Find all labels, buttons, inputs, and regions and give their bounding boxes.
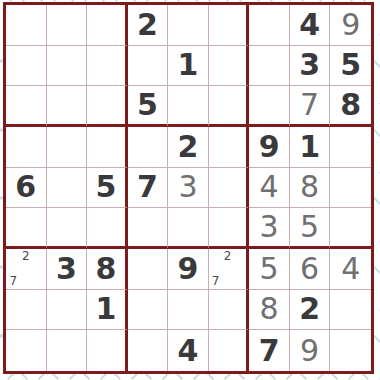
entered-digit: 8 [260, 294, 279, 324]
cell-r5c3[interactable]: 5 [87, 168, 128, 209]
given-digit: 1 [299, 132, 320, 162]
cell-r1c2[interactable] [47, 5, 88, 46]
cell-r2c9[interactable]: 5 [330, 46, 371, 87]
cell-r9c9[interactable] [330, 330, 371, 371]
cell-r2c6[interactable] [209, 46, 250, 87]
given-digit: 1 [178, 50, 199, 80]
entered-digit: 4 [341, 254, 360, 284]
cell-r7c7[interactable]: 5 [249, 249, 290, 290]
given-digit: 7 [137, 172, 158, 202]
cell-r8c9[interactable] [330, 290, 371, 331]
entered-digit: 5 [300, 212, 319, 242]
entered-digit: 8 [300, 172, 319, 202]
cell-r8c5[interactable] [168, 290, 209, 331]
cell-r1c9[interactable]: 9 [330, 5, 371, 46]
given-digit: 1 [95, 294, 116, 324]
cell-r6c7[interactable]: 3 [249, 208, 290, 249]
cell-r1c1[interactable] [6, 5, 47, 46]
given-digit: 3 [56, 254, 77, 284]
cell-r7c3[interactable]: 8 [87, 249, 128, 290]
cell-r7c2[interactable]: 3 [47, 249, 88, 290]
cell-r3c9[interactable]: 8 [330, 86, 371, 127]
cell-r2c1[interactable] [6, 46, 47, 87]
cell-r3c4[interactable]: 5 [128, 86, 169, 127]
given-digit: 5 [340, 50, 361, 80]
cell-r8c7[interactable]: 8 [249, 290, 290, 331]
cell-r7c4[interactable] [128, 249, 169, 290]
cell-r5c6[interactable] [209, 168, 250, 209]
given-digit: 3 [299, 50, 320, 80]
cell-r3c1[interactable] [6, 86, 47, 127]
cell-r7c8[interactable]: 6 [290, 249, 331, 290]
cell-r1c7[interactable] [249, 5, 290, 46]
cell-r5c7[interactable]: 4 [249, 168, 290, 209]
sudoku-screen: 249135578291657348352738927564182479 [0, 0, 380, 380]
cell-r8c6[interactable] [209, 290, 250, 331]
cell-r3c3[interactable] [87, 86, 128, 127]
cell-r7c9[interactable]: 4 [330, 249, 371, 290]
given-digit: 2 [137, 10, 158, 40]
cell-r5c5[interactable]: 3 [168, 168, 209, 209]
given-digit: 7 [259, 336, 280, 366]
cell-r6c4[interactable] [128, 208, 169, 249]
cell-r2c8[interactable]: 3 [290, 46, 331, 87]
cell-r3c5[interactable] [168, 86, 209, 127]
entered-digit: 9 [300, 336, 319, 366]
given-digit: 5 [95, 172, 116, 202]
cell-r6c2[interactable] [47, 208, 88, 249]
entered-digit: 3 [178, 172, 197, 202]
given-digit: 9 [259, 132, 280, 162]
cell-r2c3[interactable] [87, 46, 128, 87]
given-digit: 5 [137, 90, 158, 120]
cell-r2c2[interactable] [47, 46, 88, 87]
pencil-marks: 27 [210, 250, 246, 288]
cell-r7c5[interactable]: 9 [168, 249, 209, 290]
cell-r7c6[interactable]: 27 [209, 249, 250, 290]
given-digit: 4 [178, 336, 199, 366]
cell-r4c2[interactable] [47, 127, 88, 168]
cell-r8c2[interactable] [47, 290, 88, 331]
cell-r4c1[interactable] [6, 127, 47, 168]
cell-r6c9[interactable] [330, 208, 371, 249]
given-digit: 8 [95, 254, 116, 284]
cell-r6c6[interactable] [209, 208, 250, 249]
cell-r8c8[interactable]: 2 [290, 290, 331, 331]
entered-digit: 5 [260, 254, 279, 284]
given-digit: 8 [340, 90, 361, 120]
cell-r9c8[interactable]: 9 [290, 330, 331, 371]
cell-r3c8[interactable]: 7 [290, 86, 331, 127]
given-digit: 4 [299, 10, 320, 40]
cell-r1c4[interactable]: 2 [128, 5, 169, 46]
cell-r4c8[interactable]: 1 [290, 127, 331, 168]
given-digit: 2 [178, 132, 199, 162]
cell-r3c7[interactable] [249, 86, 290, 127]
entered-digit: 3 [260, 212, 279, 242]
cell-r9c6[interactable] [209, 330, 250, 371]
given-digit: 2 [299, 294, 320, 324]
cell-r6c5[interactable] [168, 208, 209, 249]
cell-r4c4[interactable] [128, 127, 169, 168]
sudoku-board: 249135578291657348352738927564182479 [3, 2, 374, 374]
cell-r2c5[interactable]: 1 [168, 46, 209, 87]
cell-r3c2[interactable] [47, 86, 88, 127]
cell-r9c4[interactable] [128, 330, 169, 371]
cell-r5c1[interactable]: 6 [6, 168, 47, 209]
cell-r4c3[interactable] [87, 127, 128, 168]
cell-r1c8[interactable]: 4 [290, 5, 331, 46]
cell-r9c2[interactable] [47, 330, 88, 371]
cell-r3c6[interactable] [209, 86, 250, 127]
cell-r4c9[interactable] [330, 127, 371, 168]
entered-digit: 7 [300, 90, 319, 120]
cell-r7c1[interactable]: 27 [6, 249, 47, 290]
given-digit: 6 [15, 172, 36, 202]
cell-r1c3[interactable] [87, 5, 128, 46]
cell-r9c7[interactable]: 7 [249, 330, 290, 371]
cell-r9c1[interactable] [6, 330, 47, 371]
pencil-digit: 2 [20, 250, 33, 263]
cell-r4c7[interactable]: 9 [249, 127, 290, 168]
cell-r8c4[interactable] [128, 290, 169, 331]
cell-r8c1[interactable] [6, 290, 47, 331]
pencil-digit: 7 [7, 275, 20, 288]
cell-r4c5[interactable]: 2 [168, 127, 209, 168]
cell-r5c9[interactable] [330, 168, 371, 209]
cell-r2c4[interactable] [128, 46, 169, 87]
cell-r9c3[interactable] [87, 330, 128, 371]
cell-r2c7[interactable] [249, 46, 290, 87]
cell-r9c5[interactable]: 4 [168, 330, 209, 371]
given-digit: 9 [178, 254, 199, 284]
cell-r8c3[interactable]: 1 [87, 290, 128, 331]
pencil-marks: 27 [7, 250, 45, 288]
cell-r4c6[interactable] [209, 127, 250, 168]
cell-r6c1[interactable] [6, 208, 47, 249]
cell-r5c4[interactable]: 7 [128, 168, 169, 209]
cell-r5c8[interactable]: 8 [290, 168, 331, 209]
pencil-digit: 2 [222, 250, 234, 263]
cell-r6c3[interactable] [87, 208, 128, 249]
entered-digit: 6 [300, 254, 319, 284]
cell-r6c8[interactable]: 5 [290, 208, 331, 249]
entered-digit: 9 [341, 10, 360, 40]
cell-r1c5[interactable] [168, 5, 209, 46]
cell-r1c6[interactable] [209, 5, 250, 46]
cell-r5c2[interactable] [47, 168, 88, 209]
pencil-digit: 7 [210, 275, 222, 288]
entered-digit: 4 [260, 172, 279, 202]
